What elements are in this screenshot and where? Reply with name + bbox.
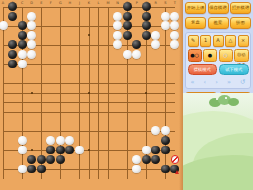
star-point [31, 149, 33, 151]
next-move-icon[interactable]: › [215, 78, 218, 86]
black-stone-C5 [18, 40, 27, 49]
white-stone-C16 [18, 146, 27, 155]
white-stone-N2 [113, 12, 122, 21]
bush-illustration [209, 95, 239, 107]
start-class-button[interactable]: 开始上课 [185, 2, 206, 14]
black-stone-G17 [56, 155, 65, 164]
erase-icon[interactable]: × [238, 35, 249, 47]
black-stone-Q4 [142, 31, 151, 40]
black-stone-F17 [46, 155, 55, 164]
black-stone-S18 [161, 165, 170, 174]
pen-icon[interactable]: ✎ [188, 35, 199, 47]
black-stone-B7 [8, 60, 17, 69]
trial-mode-button[interactable]: 试下模式 [219, 64, 249, 75]
black-stone-button[interactable]: ● [203, 49, 217, 62]
prev-move-icon[interactable]: ‹ [204, 78, 207, 86]
black-stone-O3 [123, 21, 132, 30]
black-stone-glyph: ● [208, 52, 212, 58]
black-stone-S15 [161, 136, 170, 145]
open-record-button[interactable]: 打开棋谱 [230, 2, 251, 14]
place-mode-button[interactable]: 摆棋模式 [188, 64, 218, 75]
white-stone-D6 [27, 50, 36, 59]
star-point [88, 92, 90, 94]
white-stone-R5 [151, 40, 160, 49]
black-stone-B6 [8, 50, 17, 59]
go-teaching-app: ABCDEFGHJKLMNOPQRST 开始上课 保存棋谱 打开棋谱 复盘 教案… [0, 0, 253, 190]
forbidden-mark-T17 [171, 155, 179, 163]
white-stone-R14 [151, 126, 160, 135]
review-button[interactable]: 复盘 [185, 17, 206, 29]
white-stone-H15 [65, 136, 74, 145]
second-button-row: 复盘 教案 拼图 [185, 17, 251, 29]
black-stone-G16 [56, 146, 65, 155]
black-stone-C3 [18, 21, 27, 30]
playback-row: « ‹ › » ↺ [188, 78, 249, 86]
white-stone-O6 [123, 50, 132, 59]
black-stone-D18 [27, 165, 36, 174]
white-stone-T4 [170, 31, 179, 40]
white-stone-C15 [18, 136, 27, 145]
white-stone-C18 [18, 165, 27, 174]
white-stone-J16 [75, 146, 84, 155]
white-stone-N4 [113, 31, 122, 40]
reset-icon[interactable]: ↺ [240, 78, 245, 86]
black-stone-P5 [132, 40, 141, 49]
white-stone-T5 [170, 40, 179, 49]
last-move-icon[interactable]: » [227, 78, 231, 86]
puzzle-button[interactable]: 拼图 [230, 17, 251, 29]
white-stone-S3 [161, 21, 170, 30]
black-stone-B5 [8, 40, 17, 49]
white-stone-P17 [132, 155, 141, 164]
mode-row: 摆棋模式 试下模式 [188, 64, 249, 75]
control-panel: 开始上课 保存棋谱 打开棋谱 复盘 教案 拼图 ✎ 1 A △ × ●○ ● ○… [183, 0, 253, 190]
white-stone-F15 [46, 136, 55, 145]
alternate-stones-button[interactable]: ●○ [188, 49, 202, 62]
tools-card: ✎ 1 A △ × ●○ ● ○ 自动提子 摆棋模式 试下模式 « ‹ › » [185, 32, 251, 89]
black-stone-Q3 [142, 21, 151, 30]
letter-mark-icon[interactable]: A [213, 35, 224, 47]
hill-shape [183, 155, 253, 190]
stone-select-row: ●○ ● ○ 自动提子 [188, 49, 249, 62]
star-point [88, 149, 90, 151]
triangle-mark-T18 [175, 170, 179, 174]
black-stone-H16 [65, 146, 74, 155]
black-stone-B2 [8, 12, 17, 21]
go-board[interactable]: ABCDEFGHJKLMNOPQRST [0, 0, 183, 190]
white-stone-N5 [113, 40, 122, 49]
white-stone-S2 [161, 12, 170, 21]
white-stone-C6 [18, 50, 27, 59]
first-move-icon[interactable]: « [191, 78, 195, 86]
black-stone-E17 [37, 155, 46, 164]
lesson-plan-button[interactable]: 教案 [208, 17, 229, 29]
mark-tools-row: ✎ 1 A △ × [188, 35, 249, 47]
black-stone-B1 [8, 2, 17, 11]
white-stone-G15 [56, 136, 65, 145]
star-point [88, 34, 90, 36]
top-button-row: 开始上课 保存棋谱 打开棋谱 [185, 2, 251, 14]
save-record-button[interactable]: 保存棋谱 [208, 2, 229, 14]
black-stone-O4 [123, 31, 132, 40]
white-stone-D3 [27, 21, 36, 30]
white-stone-S14 [161, 126, 170, 135]
hills-background [183, 93, 253, 190]
white-stone-glyph: ○ [223, 52, 227, 58]
white-stone-N3 [113, 21, 122, 30]
white-stone-D5 [27, 40, 36, 49]
black-stone-Q17 [142, 155, 151, 164]
star-point [31, 92, 33, 94]
white-stone-D4 [27, 31, 36, 40]
white-stone-C7 [18, 60, 27, 69]
number-mark-icon[interactable]: 1 [200, 35, 211, 47]
white-stone-D2 [27, 12, 36, 21]
auto-capture-button[interactable]: 自动提子 [234, 49, 249, 62]
black-stone-F16 [46, 146, 55, 155]
black-stone-D17 [27, 155, 36, 164]
white-stone-T2 [170, 12, 179, 21]
white-stone-T3 [170, 21, 179, 30]
white-stone-P18 [132, 165, 141, 174]
black-stone-R17 [151, 155, 160, 164]
alternate-stones-glyph: ●○ [190, 52, 199, 58]
white-stone-A3 [0, 21, 8, 30]
white-stone-P6 [132, 50, 141, 59]
black-stone-S16 [161, 146, 170, 155]
black-stone-Q2 [142, 12, 151, 21]
black-stone-R16 [151, 146, 160, 155]
star-point [145, 92, 147, 94]
board-stones-layer [0, 2, 180, 183]
white-stone-Q16 [142, 146, 151, 155]
black-stone-E18 [37, 165, 46, 174]
black-stone-O1 [123, 2, 132, 11]
black-stone-O2 [123, 12, 132, 21]
white-stone-button[interactable]: ○ [219, 49, 233, 62]
triangle-mark-icon[interactable]: △ [225, 35, 236, 47]
black-stone-Q1 [142, 2, 151, 11]
white-stone-R4 [151, 31, 160, 40]
black-stone-C4 [18, 31, 27, 40]
